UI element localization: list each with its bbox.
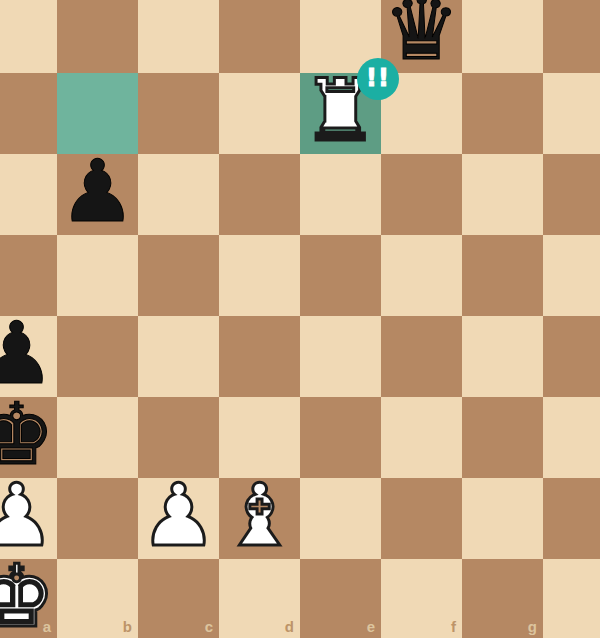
white-pawn-c2[interactable]: ♟ [138, 475, 219, 556]
square-g3[interactable] [462, 397, 543, 478]
square-e6[interactable] [300, 154, 381, 235]
square-g7[interactable] [462, 73, 543, 154]
square-d6[interactable] [219, 154, 300, 235]
square-d5[interactable] [219, 235, 300, 316]
square-h5[interactable] [543, 235, 600, 316]
square-g2[interactable] [462, 478, 543, 559]
square-h2[interactable] [543, 478, 600, 559]
square-c6[interactable] [138, 154, 219, 235]
square-c7[interactable] [138, 73, 219, 154]
square-d8[interactable] [219, 0, 300, 73]
black-queen-f8[interactable]: ♛ [381, 0, 462, 70]
square-f5[interactable] [381, 235, 462, 316]
square-g4[interactable] [462, 316, 543, 397]
square-a6[interactable] [0, 154, 57, 235]
square-g6[interactable] [462, 154, 543, 235]
square-e3[interactable] [300, 397, 381, 478]
white-bishop-d2[interactable]: ♝ [219, 475, 300, 556]
square-b2[interactable] [57, 478, 138, 559]
square-g8[interactable] [462, 0, 543, 73]
square-f8[interactable]: ♛ [381, 0, 462, 73]
file-label-g: g [528, 619, 537, 634]
square-c8[interactable] [138, 0, 219, 73]
square-h6[interactable] [543, 154, 600, 235]
square-d2[interactable]: ♝ [219, 478, 300, 559]
chess-board-viewport: ♛♜♟♟♚♟♟♝♚abcdefg !! [0, 0, 600, 638]
square-c4[interactable] [138, 316, 219, 397]
square-b6[interactable]: ♟ [57, 154, 138, 235]
square-f3[interactable] [381, 397, 462, 478]
square-h1[interactable] [543, 559, 600, 638]
square-b3[interactable] [57, 397, 138, 478]
square-h3[interactable] [543, 397, 600, 478]
file-label-c: c [205, 619, 213, 634]
square-f4[interactable] [381, 316, 462, 397]
brilliant-move-badge: !! [357, 58, 399, 100]
square-f2[interactable] [381, 478, 462, 559]
square-a8[interactable] [0, 0, 57, 73]
square-d7[interactable] [219, 73, 300, 154]
chess-board: ♛♜♟♟♚♟♟♝♚abcdefg [0, 0, 600, 638]
black-king-a3[interactable]: ♚ [0, 394, 57, 475]
square-d1[interactable]: d [219, 559, 300, 638]
square-g1[interactable]: g [462, 559, 543, 638]
square-d4[interactable] [219, 316, 300, 397]
square-c5[interactable] [138, 235, 219, 316]
square-c1[interactable]: c [138, 559, 219, 638]
square-g5[interactable] [462, 235, 543, 316]
brilliant-move-label: !! [366, 64, 390, 92]
square-b5[interactable] [57, 235, 138, 316]
square-b1[interactable]: b [57, 559, 138, 638]
square-b4[interactable] [57, 316, 138, 397]
square-h7[interactable] [543, 73, 600, 154]
square-b8[interactable] [57, 0, 138, 73]
black-pawn-b6[interactable]: ♟ [57, 151, 138, 232]
file-label-d: d [285, 619, 294, 634]
square-a7[interactable] [0, 73, 57, 154]
square-f1[interactable]: f [381, 559, 462, 638]
file-label-a: a [43, 619, 51, 634]
square-e5[interactable] [300, 235, 381, 316]
white-pawn-a2[interactable]: ♟ [0, 475, 57, 556]
square-e4[interactable] [300, 316, 381, 397]
square-c2[interactable]: ♟ [138, 478, 219, 559]
square-e1[interactable]: e [300, 559, 381, 638]
square-a1[interactable]: ♚a [0, 559, 57, 638]
file-label-e: e [367, 619, 375, 634]
square-f6[interactable] [381, 154, 462, 235]
black-pawn-a4[interactable]: ♟ [0, 313, 57, 394]
file-label-b: b [123, 619, 132, 634]
file-label-f: f [451, 619, 456, 634]
square-h8[interactable] [543, 0, 600, 73]
square-e2[interactable] [300, 478, 381, 559]
square-h4[interactable] [543, 316, 600, 397]
